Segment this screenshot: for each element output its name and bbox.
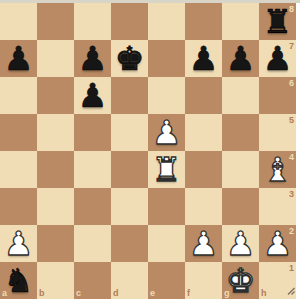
square-e4[interactable]: ♜ xyxy=(148,151,185,188)
square-a6[interactable] xyxy=(0,77,37,114)
coord-file-b: b xyxy=(39,289,45,298)
piece-black-pawn[interactable]: ♟ xyxy=(226,40,256,77)
board-frame: 8♜♟♟♚♟♟7♟♟6♟5♜4♝3♟♟♟2♟a♞bcdefg♚1h xyxy=(0,0,300,300)
square-f3[interactable] xyxy=(185,188,222,225)
square-f7[interactable]: ♟ xyxy=(185,40,222,77)
square-e6[interactable] xyxy=(148,77,185,114)
piece-white-pawn[interactable]: ♟ xyxy=(152,114,182,151)
square-f2[interactable]: ♟ xyxy=(185,225,222,262)
square-b4[interactable] xyxy=(37,151,74,188)
square-b6[interactable] xyxy=(37,77,74,114)
square-f8[interactable] xyxy=(185,3,222,40)
piece-black-king[interactable]: ♚ xyxy=(115,40,145,77)
coord-file-e: e xyxy=(150,289,155,298)
square-b7[interactable] xyxy=(37,40,74,77)
square-h8[interactable]: 8♜ xyxy=(259,3,296,40)
square-e1[interactable]: e xyxy=(148,262,185,299)
square-h5[interactable]: 5 xyxy=(259,114,296,151)
piece-black-pawn[interactable]: ♟ xyxy=(263,40,293,77)
square-e2[interactable] xyxy=(148,225,185,262)
coord-rank-5: 5 xyxy=(289,116,294,125)
square-b5[interactable] xyxy=(37,114,74,151)
square-h6[interactable]: 6 xyxy=(259,77,296,114)
coord-file-h: h xyxy=(261,289,267,298)
square-f5[interactable] xyxy=(185,114,222,151)
piece-white-king[interactable]: ♚ xyxy=(226,262,256,299)
square-a7[interactable]: ♟ xyxy=(0,40,37,77)
square-b8[interactable] xyxy=(37,3,74,40)
square-d3[interactable] xyxy=(111,188,148,225)
square-g5[interactable] xyxy=(222,114,259,151)
square-d1[interactable]: d xyxy=(111,262,148,299)
square-c8[interactable] xyxy=(74,3,111,40)
square-g2[interactable]: ♟ xyxy=(222,225,259,262)
square-h3[interactable]: 3 xyxy=(259,188,296,225)
square-h4[interactable]: 4♝ xyxy=(259,151,296,188)
piece-white-pawn[interactable]: ♟ xyxy=(226,225,256,262)
square-g3[interactable] xyxy=(222,188,259,225)
square-c4[interactable] xyxy=(74,151,111,188)
square-c6[interactable]: ♟ xyxy=(74,77,111,114)
board-resize-handle-icon[interactable] xyxy=(285,285,295,295)
square-c1[interactable]: c xyxy=(74,262,111,299)
square-a4[interactable] xyxy=(0,151,37,188)
square-g4[interactable] xyxy=(222,151,259,188)
coord-rank-1: 1 xyxy=(289,264,294,273)
square-c3[interactable] xyxy=(74,188,111,225)
piece-black-pawn[interactable]: ♟ xyxy=(78,77,108,114)
square-g8[interactable] xyxy=(222,3,259,40)
square-b2[interactable] xyxy=(37,225,74,262)
square-e7[interactable] xyxy=(148,40,185,77)
square-c5[interactable] xyxy=(74,114,111,151)
piece-white-rook[interactable]: ♜ xyxy=(152,151,182,188)
square-c2[interactable] xyxy=(74,225,111,262)
coord-file-c: c xyxy=(76,289,81,298)
piece-black-pawn[interactable]: ♟ xyxy=(4,40,34,77)
square-a2[interactable]: ♟ xyxy=(0,225,37,262)
piece-black-rook[interactable]: ♜ xyxy=(263,3,293,40)
square-d7[interactable]: ♚ xyxy=(111,40,148,77)
square-f1[interactable]: f xyxy=(185,262,222,299)
piece-white-pawn[interactable]: ♟ xyxy=(189,225,219,262)
square-a3[interactable] xyxy=(0,188,37,225)
square-h2[interactable]: 2♟ xyxy=(259,225,296,262)
square-d8[interactable] xyxy=(111,3,148,40)
square-d6[interactable] xyxy=(111,77,148,114)
piece-white-pawn[interactable]: ♟ xyxy=(263,225,293,262)
square-e8[interactable] xyxy=(148,3,185,40)
square-a1[interactable]: a♞ xyxy=(0,262,37,299)
coord-rank-3: 3 xyxy=(289,190,294,199)
square-f4[interactable] xyxy=(185,151,222,188)
square-d5[interactable] xyxy=(111,114,148,151)
coord-file-f: f xyxy=(187,289,190,298)
piece-black-pawn[interactable]: ♟ xyxy=(189,40,219,77)
square-g6[interactable] xyxy=(222,77,259,114)
square-e3[interactable] xyxy=(148,188,185,225)
piece-black-knight[interactable]: ♞ xyxy=(4,262,34,299)
square-b3[interactable] xyxy=(37,188,74,225)
square-g7[interactable]: ♟ xyxy=(222,40,259,77)
square-d2[interactable] xyxy=(111,225,148,262)
piece-white-bishop[interactable]: ♝ xyxy=(263,151,293,188)
piece-black-pawn[interactable]: ♟ xyxy=(78,40,108,77)
square-g1[interactable]: g♚ xyxy=(222,262,259,299)
square-e5[interactable]: ♟ xyxy=(148,114,185,151)
piece-white-pawn[interactable]: ♟ xyxy=(4,225,34,262)
coord-file-d: d xyxy=(113,289,119,298)
square-c7[interactable]: ♟ xyxy=(74,40,111,77)
square-a8[interactable] xyxy=(0,3,37,40)
chess-board: 8♜♟♟♚♟♟7♟♟6♟5♜4♝3♟♟♟2♟a♞bcdefg♚1h xyxy=(0,3,296,299)
coord-rank-6: 6 xyxy=(289,79,294,88)
square-b1[interactable]: b xyxy=(37,262,74,299)
square-a5[interactable] xyxy=(0,114,37,151)
square-h7[interactable]: 7♟ xyxy=(259,40,296,77)
square-f6[interactable] xyxy=(185,77,222,114)
square-d4[interactable] xyxy=(111,151,148,188)
